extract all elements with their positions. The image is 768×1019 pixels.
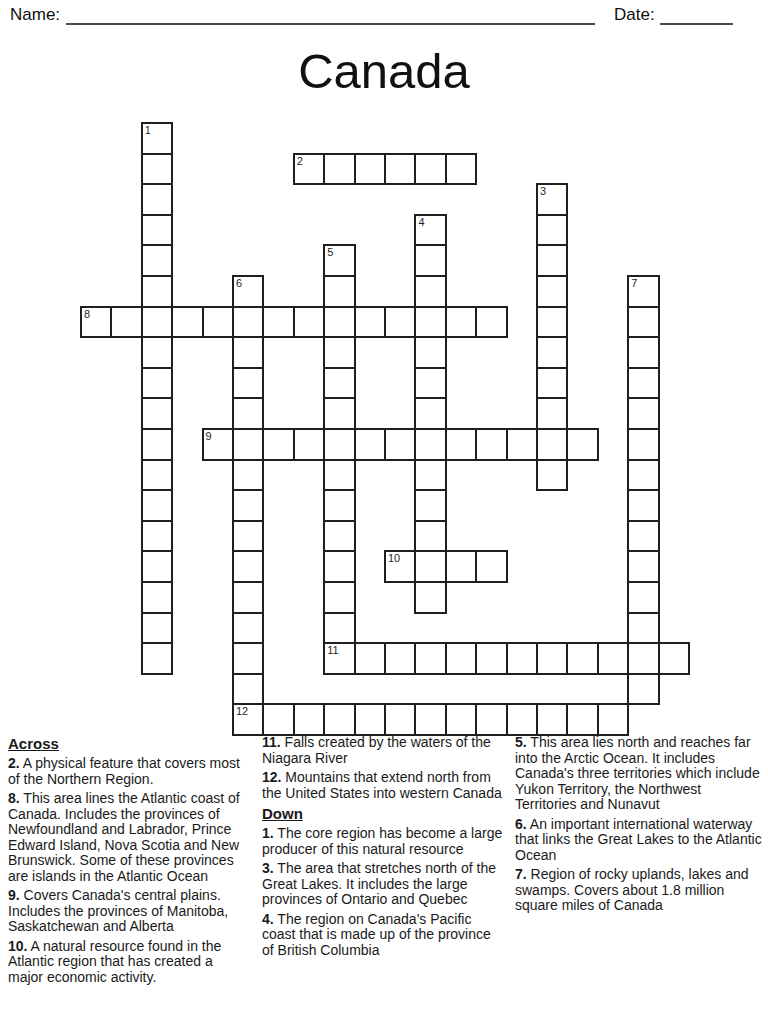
grid-cell[interactable] xyxy=(627,520,659,553)
down-heading: Down xyxy=(262,805,505,822)
clue-number: 4. xyxy=(262,911,274,927)
grid-cell[interactable] xyxy=(323,459,355,492)
clue-number: 7. xyxy=(515,866,527,882)
grid-cell[interactable] xyxy=(141,612,173,645)
cell-number: 3 xyxy=(540,185,546,198)
grid-cell[interactable] xyxy=(384,703,416,736)
grid-cell[interactable] xyxy=(384,642,416,675)
grid-cell[interactable] xyxy=(627,489,659,522)
grid-cell[interactable] xyxy=(354,703,386,736)
clues-column-down: 5. This area lies north and reaches far … xyxy=(515,735,765,918)
grid-cell[interactable] xyxy=(171,306,203,339)
grid-cell[interactable] xyxy=(141,306,173,339)
grid-cell[interactable] xyxy=(627,673,659,706)
grid-cell[interactable] xyxy=(110,306,142,339)
clue-text: This area lies north and reaches far int… xyxy=(515,734,760,812)
grid-cell[interactable] xyxy=(536,244,568,277)
clue-text: An important international waterway that… xyxy=(515,816,762,863)
name-label: Name: xyxy=(10,5,60,25)
grid-cell[interactable] xyxy=(536,336,568,369)
grid-cell[interactable] xyxy=(414,489,446,522)
grid-cell[interactable] xyxy=(232,428,264,461)
cell-number: 6 xyxy=(236,277,242,290)
grid-cell[interactable] xyxy=(323,550,355,583)
grid-cell[interactable] xyxy=(141,642,173,675)
clue-text: Covers Canada's central plains. Includes… xyxy=(8,887,228,934)
grid-cell[interactable] xyxy=(414,581,446,614)
clue-5: 5. This area lies north and reaches far … xyxy=(515,735,765,813)
grid-cell[interactable] xyxy=(141,397,173,430)
clue-number: 11. xyxy=(262,734,281,750)
clue-1: 1. The core region has become a large pr… xyxy=(262,826,505,857)
clue-2: 2. A physical feature that covers most o… xyxy=(8,756,248,787)
grid-cell[interactable] xyxy=(445,550,477,583)
grid-cell[interactable] xyxy=(536,703,568,736)
grid-cell[interactable] xyxy=(506,642,538,675)
clue-6: 6. An important international waterway t… xyxy=(515,817,765,864)
grid-cell[interactable]: 11 xyxy=(323,642,355,675)
clue-4: 4. The region on Canada's Pacific coast … xyxy=(262,912,505,959)
clue-text: The region on Canada's Pacific coast tha… xyxy=(262,911,491,958)
cell-number: 11 xyxy=(327,644,338,657)
clue-number: 1. xyxy=(262,825,274,841)
grid-cell[interactable] xyxy=(566,428,598,461)
grid-cell[interactable] xyxy=(627,428,659,461)
grid-cell[interactable] xyxy=(141,459,173,492)
grid-cell[interactable] xyxy=(293,703,325,736)
grid-cell[interactable] xyxy=(414,306,446,339)
grid-cell[interactable] xyxy=(232,673,264,706)
grid-cell[interactable] xyxy=(141,489,173,522)
grid-cell[interactable] xyxy=(536,275,568,308)
grid-cell[interactable] xyxy=(323,703,355,736)
grid-cell[interactable] xyxy=(323,306,355,339)
cell-number: 4 xyxy=(418,216,424,229)
grid-cell[interactable] xyxy=(323,367,355,400)
grid-cell[interactable] xyxy=(414,244,446,277)
grid-cell[interactable] xyxy=(627,459,659,492)
grid-cell[interactable] xyxy=(475,428,507,461)
grid-cell[interactable] xyxy=(202,306,234,339)
clue-number: 2. xyxy=(8,755,20,771)
grid-cell[interactable] xyxy=(475,642,507,675)
clue-8: 8. This area lines the Atlantic coast of… xyxy=(8,791,248,884)
grid-cell[interactable] xyxy=(323,520,355,553)
grid-cell[interactable] xyxy=(445,153,477,186)
grid-cell[interactable] xyxy=(536,367,568,400)
grid-cell[interactable] xyxy=(323,581,355,614)
grid-cell[interactable]: 4 xyxy=(414,214,446,247)
clue-11: 11. Falls created by the waters of the N… xyxy=(262,735,505,766)
grid-cell[interactable] xyxy=(536,306,568,339)
clue-number: 12. xyxy=(262,769,281,785)
grid-cell[interactable] xyxy=(566,642,598,675)
grid-cell[interactable]: 10 xyxy=(384,550,416,583)
grid-cell[interactable] xyxy=(536,397,568,430)
grid-cell[interactable] xyxy=(536,642,568,675)
clue-text: A natural resource found in the Atlantic… xyxy=(8,938,221,985)
grid-cell[interactable] xyxy=(475,550,507,583)
grid-cell[interactable] xyxy=(262,306,294,339)
cell-number: 2 xyxy=(297,155,303,168)
clue-9: 9. Covers Canada's central plains. Inclu… xyxy=(8,888,248,935)
grid-cell[interactable] xyxy=(414,459,446,492)
clue-number: 6. xyxy=(515,816,527,832)
grid-cell[interactable] xyxy=(414,703,446,736)
grid-cell[interactable] xyxy=(627,612,659,645)
date-label: Date: xyxy=(614,5,655,25)
grid-cell[interactable]: 12 xyxy=(232,703,264,736)
grid-cell[interactable] xyxy=(627,336,659,369)
grid-cell[interactable] xyxy=(323,153,355,186)
grid-cell[interactable] xyxy=(445,428,477,461)
grid-cell[interactable] xyxy=(658,642,690,675)
grid-cell[interactable] xyxy=(323,397,355,430)
grid-cell[interactable] xyxy=(232,520,264,553)
clue-text: This area lines the Atlantic coast of Ca… xyxy=(8,790,240,884)
grid-cell[interactable] xyxy=(414,153,446,186)
clue-text: The area that stretches north of the Gre… xyxy=(262,860,496,907)
grid-cell[interactable] xyxy=(414,520,446,553)
grid-cell[interactable] xyxy=(475,703,507,736)
grid-cell[interactable] xyxy=(627,550,659,583)
grid-cell[interactable] xyxy=(232,581,264,614)
grid-cell[interactable] xyxy=(414,428,446,461)
grid-cell[interactable] xyxy=(414,367,446,400)
grid-cell[interactable] xyxy=(506,703,538,736)
grid-cell[interactable] xyxy=(141,520,173,553)
grid-cell[interactable] xyxy=(232,397,264,430)
grid-cell[interactable] xyxy=(627,397,659,430)
grid-cell[interactable]: 6 xyxy=(232,275,264,308)
grid-cell[interactable] xyxy=(445,703,477,736)
grid-cell[interactable]: 8 xyxy=(80,306,112,339)
grid-cell[interactable] xyxy=(232,489,264,522)
cell-number: 10 xyxy=(388,552,400,565)
clues-column-middle: 11. Falls created by the waters of the N… xyxy=(262,735,505,962)
clue-text: The core region has become a large produ… xyxy=(262,825,502,857)
grid-cell[interactable] xyxy=(262,428,294,461)
clue-12: 12. Mountains that extend north from the… xyxy=(262,770,505,801)
grid-cell[interactable] xyxy=(536,214,568,247)
clue-10: 10. A natural resource found in the Atla… xyxy=(8,939,248,986)
grid-cell[interactable] xyxy=(354,306,386,339)
grid-cell[interactable] xyxy=(475,306,507,339)
grid-cell[interactable] xyxy=(506,428,538,461)
grid-cell[interactable] xyxy=(323,336,355,369)
grid-cell[interactable] xyxy=(536,459,568,492)
name-blank-line[interactable] xyxy=(66,23,595,25)
clue-3: 3. The area that stretches north of the … xyxy=(262,861,505,908)
grid-cell[interactable] xyxy=(232,336,264,369)
clue-number: 9. xyxy=(8,887,20,903)
grid-cell[interactable] xyxy=(414,397,446,430)
grid-cell[interactable] xyxy=(262,703,294,736)
clue-text: A physical feature that covers most of t… xyxy=(8,755,240,787)
grid-cell[interactable] xyxy=(627,306,659,339)
cell-number: 8 xyxy=(84,308,90,321)
grid-cell[interactable]: 5 xyxy=(323,244,355,277)
grid-cell[interactable] xyxy=(232,550,264,583)
grid-cell[interactable] xyxy=(141,275,173,308)
cell-number: 12 xyxy=(236,705,248,718)
grid-cell[interactable] xyxy=(384,306,416,339)
grid-cell[interactable] xyxy=(141,153,173,186)
grid-cell[interactable] xyxy=(293,428,325,461)
grid-cell[interactable] xyxy=(627,581,659,614)
grid-cell[interactable] xyxy=(445,306,477,339)
clue-text: Mountains that extend north from the Uni… xyxy=(262,769,502,801)
grid-cell[interactable] xyxy=(141,581,173,614)
grid-cell[interactable] xyxy=(445,642,477,675)
crossword-grid: 123456789101112 xyxy=(80,122,694,739)
grid-cell[interactable] xyxy=(232,612,264,645)
grid-cell[interactable] xyxy=(323,428,355,461)
grid-cell[interactable] xyxy=(536,428,568,461)
grid-cell[interactable] xyxy=(627,367,659,400)
grid-cell[interactable] xyxy=(141,367,173,400)
cell-number: 1 xyxy=(145,124,151,137)
grid-cell[interactable]: 3 xyxy=(536,183,568,216)
grid-cell[interactable] xyxy=(141,428,173,461)
grid-cell[interactable] xyxy=(141,214,173,247)
clue-text: Falls created by the waters of the Niaga… xyxy=(262,734,491,766)
grid-cell[interactable]: 2 xyxy=(293,153,325,186)
clues-column-across: Across2. A physical feature that covers … xyxy=(8,735,248,989)
grid-cell[interactable] xyxy=(597,642,629,675)
puzzle-title: Canada xyxy=(0,46,768,96)
grid-cell[interactable]: 1 xyxy=(141,122,173,155)
grid-cell[interactable]: 9 xyxy=(202,428,234,461)
clue-7: 7. Region of rocky uplands, lakes and sw… xyxy=(515,867,765,914)
grid-cell[interactable] xyxy=(141,550,173,583)
grid-cell[interactable] xyxy=(232,459,264,492)
grid-cell[interactable] xyxy=(384,153,416,186)
grid-cell[interactable] xyxy=(232,306,264,339)
grid-cell[interactable] xyxy=(354,428,386,461)
grid-cell[interactable] xyxy=(232,367,264,400)
grid-cell[interactable] xyxy=(293,306,325,339)
cell-number: 5 xyxy=(327,246,333,259)
clue-text: Region of rocky uplands, lakes and swamp… xyxy=(515,866,749,913)
grid-cell[interactable] xyxy=(414,275,446,308)
grid-cell[interactable]: 7 xyxy=(627,275,659,308)
across-heading: Across xyxy=(8,735,248,752)
clue-number: 8. xyxy=(8,790,20,806)
grid-cell[interactable] xyxy=(566,703,598,736)
grid-cell[interactable] xyxy=(141,336,173,369)
clue-number: 3. xyxy=(262,860,274,876)
grid-cell[interactable] xyxy=(414,550,446,583)
date-blank-line[interactable] xyxy=(660,23,733,25)
grid-cell[interactable] xyxy=(384,428,416,461)
grid-cell[interactable] xyxy=(232,642,264,675)
grid-cell[interactable] xyxy=(323,275,355,308)
grid-cell[interactable] xyxy=(354,642,386,675)
grid-cell[interactable] xyxy=(354,153,386,186)
grid-cell[interactable] xyxy=(597,703,629,736)
clue-number: 5. xyxy=(515,734,527,750)
grid-cell[interactable] xyxy=(414,642,446,675)
cell-number: 7 xyxy=(631,277,637,290)
grid-cell[interactable] xyxy=(141,244,173,277)
clue-number: 10. xyxy=(8,938,27,954)
grid-cell[interactable] xyxy=(323,489,355,522)
grid-cell[interactable] xyxy=(627,642,659,675)
grid-cell[interactable] xyxy=(323,612,355,645)
cell-number: 9 xyxy=(206,430,212,443)
grid-cell[interactable] xyxy=(414,336,446,369)
grid-cell[interactable] xyxy=(141,183,173,216)
